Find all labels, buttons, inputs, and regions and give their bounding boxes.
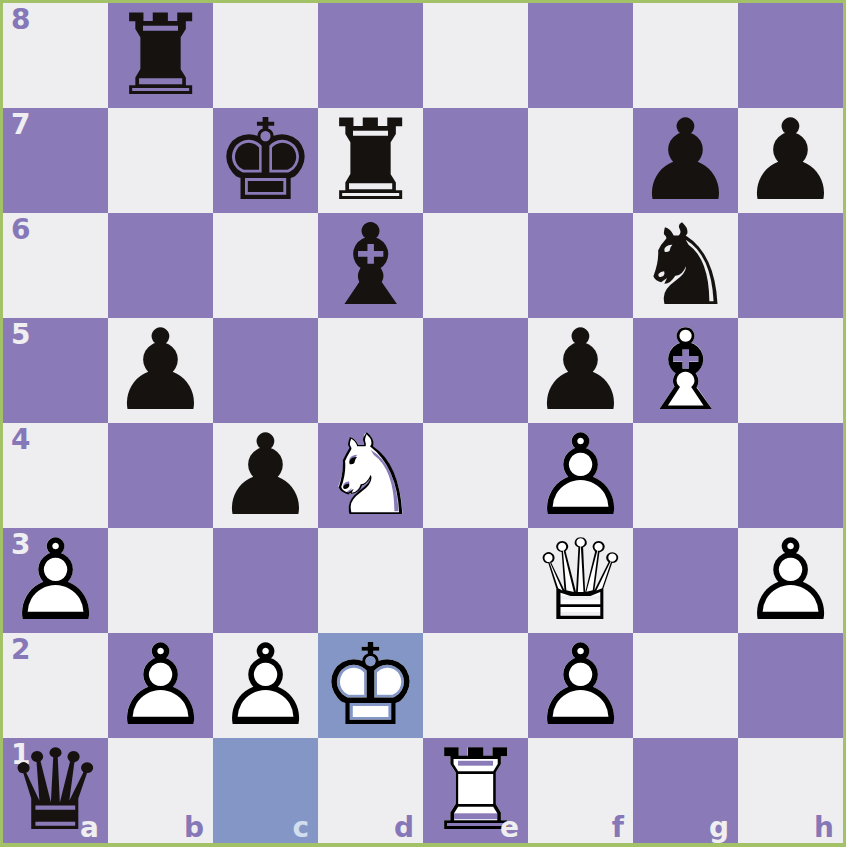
piece-white-pawn[interactable]: ♟♙ <box>3 528 108 633</box>
piece-white-queen[interactable]: ♛♕ <box>528 528 633 633</box>
square-f6[interactable] <box>528 213 633 318</box>
piece-white-king[interactable]: ♚♔ <box>318 633 423 738</box>
square-f8[interactable] <box>528 3 633 108</box>
square-b4[interactable] <box>108 423 213 528</box>
piece-white-bishop[interactable]: ♝♗ <box>633 318 738 423</box>
piece-black-bishop[interactable]: ♝ <box>318 213 423 318</box>
square-c3[interactable] <box>213 528 318 633</box>
black-pawn-glyph: ♟ <box>633 108 738 213</box>
piece-white-pawn[interactable]: ♟♙ <box>213 633 318 738</box>
square-c6[interactable] <box>213 213 318 318</box>
square-c1[interactable]: c <box>213 738 318 843</box>
white-knight-outline: ♘ <box>318 423 423 528</box>
square-g1[interactable]: g <box>633 738 738 843</box>
square-b1[interactable]: b <box>108 738 213 843</box>
black-rook-glyph: ♜ <box>318 108 423 213</box>
square-f4[interactable]: ♟♙ <box>528 423 633 528</box>
white-pawn-outline: ♙ <box>528 423 633 528</box>
square-h7[interactable]: ♟ <box>738 108 843 213</box>
square-d2[interactable]: ♚♔ <box>318 633 423 738</box>
white-pawn-outline: ♙ <box>213 633 318 738</box>
black-pawn-glyph: ♟ <box>738 108 843 213</box>
square-d1[interactable]: d <box>318 738 423 843</box>
square-e5[interactable] <box>423 318 528 423</box>
square-a2[interactable]: 2 <box>3 633 108 738</box>
piece-white-pawn[interactable]: ♟♙ <box>738 528 843 633</box>
square-h4[interactable] <box>738 423 843 528</box>
piece-black-king[interactable]: ♚ <box>213 108 318 213</box>
square-g5[interactable]: ♝♗ <box>633 318 738 423</box>
square-h3[interactable]: ♟♙ <box>738 528 843 633</box>
square-b2[interactable]: ♟♙ <box>108 633 213 738</box>
square-h1[interactable]: h <box>738 738 843 843</box>
square-c4[interactable]: ♟ <box>213 423 318 528</box>
square-d7[interactable]: ♜ <box>318 108 423 213</box>
square-f1[interactable]: f <box>528 738 633 843</box>
square-a8[interactable]: 8 <box>3 3 108 108</box>
black-pawn-glyph: ♟ <box>213 423 318 528</box>
black-rook-glyph: ♜ <box>108 3 213 108</box>
white-pawn-outline: ♙ <box>738 528 843 633</box>
piece-black-pawn[interactable]: ♟ <box>633 108 738 213</box>
piece-black-pawn[interactable]: ♟ <box>528 318 633 423</box>
square-d5[interactable] <box>318 318 423 423</box>
square-b7[interactable] <box>108 108 213 213</box>
square-g4[interactable] <box>633 423 738 528</box>
square-g2[interactable] <box>633 633 738 738</box>
file-label-f: f <box>612 814 624 842</box>
file-label-c: c <box>292 814 309 842</box>
white-pawn-outline: ♙ <box>108 633 213 738</box>
square-h6[interactable] <box>738 213 843 318</box>
file-label-b: b <box>184 814 204 842</box>
square-d8[interactable] <box>318 3 423 108</box>
piece-black-knight[interactable]: ♞ <box>633 213 738 318</box>
square-a7[interactable]: 7 <box>3 108 108 213</box>
square-a1[interactable]: 1a♛ <box>3 738 108 843</box>
piece-black-pawn[interactable]: ♟ <box>213 423 318 528</box>
square-e4[interactable] <box>423 423 528 528</box>
square-e2[interactable] <box>423 633 528 738</box>
black-king-glyph: ♚ <box>213 108 318 213</box>
file-label-d: d <box>394 814 414 842</box>
square-h2[interactable] <box>738 633 843 738</box>
square-e7[interactable] <box>423 108 528 213</box>
square-g7[interactable]: ♟ <box>633 108 738 213</box>
piece-black-pawn[interactable]: ♟ <box>738 108 843 213</box>
white-king-outline: ♔ <box>318 633 423 738</box>
piece-white-knight[interactable]: ♞♘ <box>318 423 423 528</box>
black-pawn-glyph: ♟ <box>108 318 213 423</box>
chess-board: 8♜7♚♜♟♟6♝♞5♟♟♝♗4♟♞♘♟♙3♟♙♛♕♟♙2♟♙♟♙♚♔♟♙1a♛… <box>3 3 843 843</box>
square-a3[interactable]: 3♟♙ <box>3 528 108 633</box>
square-c5[interactable] <box>213 318 318 423</box>
square-a6[interactable]: 6 <box>3 213 108 318</box>
rank-label-7: 7 <box>11 111 30 139</box>
black-knight-glyph: ♞ <box>633 213 738 318</box>
square-a4[interactable]: 4 <box>3 423 108 528</box>
piece-white-pawn[interactable]: ♟♙ <box>108 633 213 738</box>
square-c8[interactable] <box>213 3 318 108</box>
square-e8[interactable] <box>423 3 528 108</box>
square-f7[interactable] <box>528 108 633 213</box>
black-bishop-glyph: ♝ <box>318 213 423 318</box>
white-bishop-outline: ♗ <box>633 318 738 423</box>
file-label-h: h <box>814 814 834 842</box>
square-f3[interactable]: ♛♕ <box>528 528 633 633</box>
black-pawn-glyph: ♟ <box>528 318 633 423</box>
rank-label-8: 8 <box>11 6 30 34</box>
square-f5[interactable]: ♟ <box>528 318 633 423</box>
square-h8[interactable] <box>738 3 843 108</box>
white-pawn-outline: ♙ <box>3 528 108 633</box>
rank-label-6: 6 <box>11 216 30 244</box>
square-g6[interactable]: ♞ <box>633 213 738 318</box>
square-c2[interactable]: ♟♙ <box>213 633 318 738</box>
piece-black-rook[interactable]: ♜ <box>108 3 213 108</box>
square-b5[interactable]: ♟ <box>108 318 213 423</box>
square-e6[interactable] <box>423 213 528 318</box>
rank-label-4: 4 <box>11 426 30 454</box>
square-h5[interactable] <box>738 318 843 423</box>
white-queen-outline: ♕ <box>528 528 633 633</box>
white-pawn-outline: ♙ <box>528 633 633 738</box>
piece-black-pawn[interactable]: ♟ <box>108 318 213 423</box>
square-e1[interactable]: e♜♖ <box>423 738 528 843</box>
square-f2[interactable]: ♟♙ <box>528 633 633 738</box>
square-a5[interactable]: 5 <box>3 318 108 423</box>
square-g3[interactable] <box>633 528 738 633</box>
square-b6[interactable] <box>108 213 213 318</box>
file-label-e: e <box>500 814 519 842</box>
piece-black-rook[interactable]: ♜ <box>318 108 423 213</box>
square-e3[interactable] <box>423 528 528 633</box>
square-g8[interactable] <box>633 3 738 108</box>
file-label-a: a <box>80 814 99 842</box>
square-d3[interactable] <box>318 528 423 633</box>
file-label-g: g <box>709 814 729 842</box>
board-frame: 8♜7♚♜♟♟6♝♞5♟♟♝♗4♟♞♘♟♙3♟♙♛♕♟♙2♟♙♟♙♚♔♟♙1a♛… <box>0 0 846 846</box>
square-b8[interactable]: ♜ <box>108 3 213 108</box>
square-b3[interactable] <box>108 528 213 633</box>
piece-white-pawn[interactable]: ♟♙ <box>528 633 633 738</box>
square-d6[interactable]: ♝ <box>318 213 423 318</box>
square-d4[interactable]: ♞♘ <box>318 423 423 528</box>
square-c7[interactable]: ♚ <box>213 108 318 213</box>
rank-label-5: 5 <box>11 321 30 349</box>
piece-white-pawn[interactable]: ♟♙ <box>528 423 633 528</box>
